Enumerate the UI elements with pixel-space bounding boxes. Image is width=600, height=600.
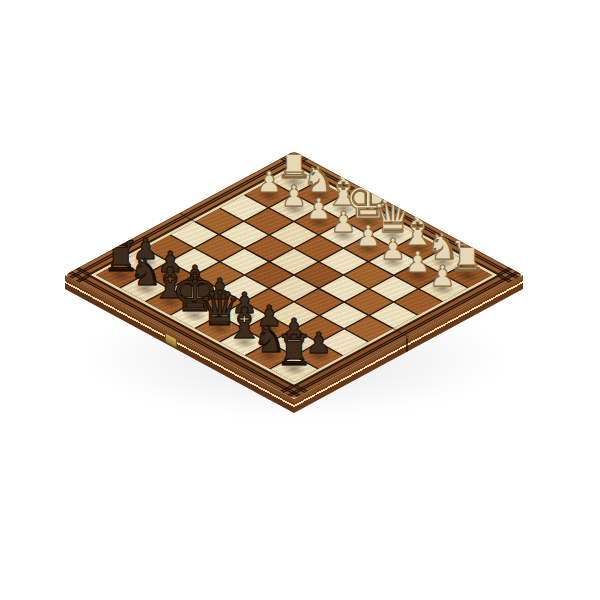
black-rook-glyph: ♜ <box>275 329 313 371</box>
white-pawn-glyph: ♟ <box>429 261 455 290</box>
white-pawn-glyph: ♟ <box>281 181 307 210</box>
white-pawn-glyph: ♟ <box>306 195 332 224</box>
white-pawn-glyph: ♟ <box>405 248 431 277</box>
white-pawn-glyph: ♟ <box>330 208 356 237</box>
white-pawn-glyph: ♟ <box>355 221 381 250</box>
white-pawn-glyph: ♟ <box>380 235 406 264</box>
product-photo-stage: ♜♞♝♚♛♝♞♜♟♟♟♟♟♟♟♟♟♟♟♟♟♟♟♟♜♞♝♚♛♝♞♜ <box>0 0 600 600</box>
white-pawn-glyph: ♟ <box>256 168 282 197</box>
fold-seam-notch <box>406 337 408 352</box>
